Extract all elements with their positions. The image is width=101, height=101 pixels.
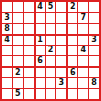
cell-r9c3[interactable]: [24, 89, 34, 99]
cell-r8c4[interactable]: [35, 78, 45, 88]
cell-r7c7: 6: [67, 67, 77, 77]
cell-r7c4[interactable]: [35, 67, 45, 77]
cell-r9c4[interactable]: [35, 89, 45, 99]
cell-r4c4: 1: [35, 35, 45, 45]
cell-r6c2[interactable]: [13, 56, 23, 66]
cell-r8c1[interactable]: [2, 78, 12, 88]
cell-r9c2: 5: [13, 89, 23, 99]
cell-r4c5[interactable]: [46, 35, 56, 45]
cell-r9c9[interactable]: [89, 89, 99, 99]
cell-r8c6: 3: [56, 78, 66, 88]
cell-r8c5[interactable]: [46, 78, 56, 88]
cell-r6c9[interactable]: [89, 56, 99, 66]
cell-r1c8[interactable]: [78, 2, 88, 12]
cell-r6c7[interactable]: [67, 56, 77, 66]
cell-r1c9[interactable]: [89, 2, 99, 12]
cell-r8c9: 8: [89, 78, 99, 88]
cell-r4c2[interactable]: [13, 35, 23, 45]
cell-r9c8[interactable]: [78, 89, 88, 99]
cell-r3c9[interactable]: [89, 24, 99, 34]
cell-r6c3[interactable]: [24, 56, 34, 66]
cell-r8c2[interactable]: [13, 78, 23, 88]
cell-r2c8: 7: [78, 13, 88, 23]
cell-r7c2: 2: [13, 67, 23, 77]
cell-r6c4: 6: [35, 56, 45, 66]
cell-r2c5[interactable]: [46, 13, 56, 23]
cell-r6c6[interactable]: [56, 56, 66, 66]
cell-r7c6[interactable]: [56, 67, 66, 77]
cell-r9c5[interactable]: [46, 89, 56, 99]
cell-r7c3[interactable]: [24, 67, 34, 77]
cell-r1c5: 5: [46, 2, 56, 12]
cell-r5c3[interactable]: [24, 46, 34, 56]
cell-r1c1[interactable]: [2, 2, 12, 12]
cell-r3c2[interactable]: [13, 24, 23, 34]
cell-r1c7: 2: [67, 2, 77, 12]
cell-r6c5[interactable]: [46, 56, 56, 66]
cell-r2c4[interactable]: [35, 13, 45, 23]
cell-r9c1[interactable]: [2, 89, 12, 99]
cell-r5c8: 4: [78, 46, 88, 56]
cell-r3c5[interactable]: [46, 24, 56, 34]
cell-r1c3[interactable]: [24, 2, 34, 12]
cell-r5c2[interactable]: [13, 46, 23, 56]
cell-r1c4: 4: [35, 2, 45, 12]
cell-r9c7[interactable]: [67, 89, 77, 99]
cell-r2c2[interactable]: [13, 13, 23, 23]
cell-r4c7[interactable]: [67, 35, 77, 45]
cell-r7c5[interactable]: [46, 67, 56, 77]
cell-r2c3[interactable]: [24, 13, 34, 23]
cell-r5c6[interactable]: [56, 46, 66, 56]
cell-r2c1: 3: [2, 13, 12, 23]
cell-r4c8[interactable]: [78, 35, 88, 45]
cell-r4c3[interactable]: [24, 35, 34, 45]
cell-r4c1: 4: [2, 35, 12, 45]
cell-r7c1[interactable]: [2, 67, 12, 77]
cell-r5c4[interactable]: [35, 46, 45, 56]
cell-r8c7[interactable]: [67, 78, 77, 88]
cell-r1c6[interactable]: [56, 2, 66, 12]
cell-r3c7[interactable]: [67, 24, 77, 34]
cell-r6c1[interactable]: [2, 56, 12, 66]
cell-r3c3[interactable]: [24, 24, 34, 34]
cell-r5c5: 2: [46, 46, 56, 56]
cell-r2c6[interactable]: [56, 13, 66, 23]
cell-r5c7[interactable]: [67, 46, 77, 56]
cell-r3c8[interactable]: [78, 24, 88, 34]
cell-r8c8[interactable]: [78, 78, 88, 88]
cell-r7c8[interactable]: [78, 67, 88, 77]
cell-r4c6[interactable]: [56, 35, 66, 45]
cell-r9c6[interactable]: [56, 89, 66, 99]
sudoku-board: 45237841324626385: [0, 0, 101, 101]
cell-r2c9[interactable]: [89, 13, 99, 23]
cell-r7c9[interactable]: [89, 67, 99, 77]
cell-r3c1: 8: [2, 24, 12, 34]
cell-r8c3[interactable]: [24, 78, 34, 88]
cell-r3c6[interactable]: [56, 24, 66, 34]
cell-r2c7[interactable]: [67, 13, 77, 23]
cell-r5c9[interactable]: [89, 46, 99, 56]
cell-r3c4[interactable]: [35, 24, 45, 34]
cell-r5c1[interactable]: [2, 46, 12, 56]
cell-r6c8[interactable]: [78, 56, 88, 66]
cell-r4c9: 3: [89, 35, 99, 45]
cell-r1c2[interactable]: [13, 2, 23, 12]
